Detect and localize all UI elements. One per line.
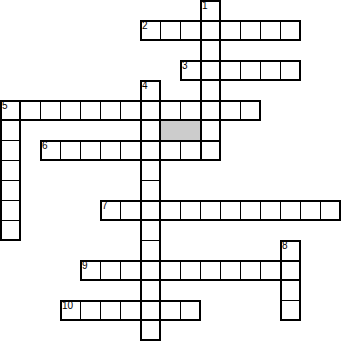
cell-r10c15[interactable] bbox=[300, 200, 321, 221]
cell-r5c7[interactable] bbox=[140, 100, 161, 121]
cell-r13c14[interactable] bbox=[280, 260, 301, 281]
cell-r5c2[interactable] bbox=[40, 100, 61, 121]
cell-r5c11[interactable] bbox=[220, 100, 241, 121]
cell-r15c8[interactable] bbox=[160, 300, 181, 321]
cell-r6c0[interactable] bbox=[0, 120, 21, 141]
cell-r5c10[interactable] bbox=[200, 100, 221, 121]
cell-r5c12[interactable] bbox=[240, 100, 261, 121]
cell-r3c13[interactable] bbox=[260, 60, 281, 81]
cell-r7c5[interactable] bbox=[100, 140, 121, 161]
cell-r11c0[interactable] bbox=[0, 220, 21, 241]
cell-r13c5[interactable] bbox=[100, 260, 121, 281]
cell-r15c4[interactable] bbox=[80, 300, 101, 321]
cell-r1c11[interactable] bbox=[220, 20, 241, 41]
cell-r7c4[interactable] bbox=[80, 140, 101, 161]
cell-r15c5[interactable] bbox=[100, 300, 121, 321]
cell-r7c0[interactable] bbox=[0, 140, 21, 161]
cell-r7c2[interactable] bbox=[40, 140, 61, 161]
cell-r13c6[interactable] bbox=[120, 260, 141, 281]
cell-r4c7[interactable] bbox=[140, 80, 161, 101]
cell-r10c8[interactable] bbox=[160, 200, 181, 221]
cell-r5c4[interactable] bbox=[80, 100, 101, 121]
cell-r8c7[interactable] bbox=[140, 160, 161, 181]
cell-r10c5[interactable] bbox=[100, 200, 121, 221]
cell-r12c14[interactable] bbox=[280, 240, 301, 261]
cell-r1c14[interactable] bbox=[280, 20, 301, 41]
cell-r5c1[interactable] bbox=[20, 100, 41, 121]
cell-r10c14[interactable] bbox=[280, 200, 301, 221]
cell-r10c11[interactable] bbox=[220, 200, 241, 221]
cell-r9c0[interactable] bbox=[0, 180, 21, 201]
cell-r10c7[interactable] bbox=[140, 200, 161, 221]
cell-r6c10[interactable] bbox=[200, 120, 221, 141]
cell-r1c7[interactable] bbox=[140, 20, 161, 41]
cell-r12c7[interactable] bbox=[140, 240, 161, 261]
cell-r1c9[interactable] bbox=[180, 20, 201, 41]
cell-r6c7[interactable] bbox=[140, 120, 161, 141]
cell-r13c11[interactable] bbox=[220, 260, 241, 281]
cell-r7c6[interactable] bbox=[120, 140, 141, 161]
cell-r5c3[interactable] bbox=[60, 100, 81, 121]
cell-r7c8[interactable] bbox=[160, 140, 181, 161]
cell-r10c16[interactable] bbox=[320, 200, 341, 221]
cell-r5c8[interactable] bbox=[160, 100, 181, 121]
cell-r13c9[interactable] bbox=[180, 260, 201, 281]
cell-r3c14[interactable] bbox=[280, 60, 301, 81]
cell-r1c10[interactable] bbox=[200, 20, 221, 41]
cell-r7c7[interactable] bbox=[140, 140, 161, 161]
cell-r13c4[interactable] bbox=[80, 260, 101, 281]
cell-r15c9[interactable] bbox=[180, 300, 201, 321]
cell-r1c12[interactable] bbox=[240, 20, 261, 41]
cell-r10c12[interactable] bbox=[240, 200, 261, 221]
cell-r10c6[interactable] bbox=[120, 200, 141, 221]
cell-r10c10[interactable] bbox=[200, 200, 221, 221]
cell-r7c3[interactable] bbox=[60, 140, 81, 161]
cell-r9c7[interactable] bbox=[140, 180, 161, 201]
cell-r13c13[interactable] bbox=[260, 260, 281, 281]
cell-r8c0[interactable] bbox=[0, 160, 21, 181]
cell-r3c12[interactable] bbox=[240, 60, 261, 81]
cell-r13c10[interactable] bbox=[200, 260, 221, 281]
cell-r10c0[interactable] bbox=[0, 200, 21, 221]
cell-r14c7[interactable] bbox=[140, 280, 161, 301]
cell-r5c0[interactable] bbox=[0, 100, 21, 121]
cell-r16c7[interactable] bbox=[140, 320, 161, 341]
gray-block bbox=[160, 120, 201, 141]
cell-r11c7[interactable] bbox=[140, 220, 161, 241]
cell-r13c12[interactable] bbox=[240, 260, 261, 281]
cell-r10c9[interactable] bbox=[180, 200, 201, 221]
cell-r0c10[interactable] bbox=[200, 0, 221, 21]
cell-r15c14[interactable] bbox=[280, 300, 301, 321]
crossword-board: 12345678910 bbox=[0, 0, 341, 341]
cell-r7c10[interactable] bbox=[200, 140, 221, 161]
cell-r3c9[interactable] bbox=[180, 60, 201, 81]
cell-r1c8[interactable] bbox=[160, 20, 181, 41]
cell-r5c5[interactable] bbox=[100, 100, 121, 121]
cell-r5c6[interactable] bbox=[120, 100, 141, 121]
cell-r2c10[interactable] bbox=[200, 40, 221, 61]
cell-r7c9[interactable] bbox=[180, 140, 201, 161]
cell-r3c11[interactable] bbox=[220, 60, 241, 81]
cell-r1c13[interactable] bbox=[260, 20, 281, 41]
cell-r15c3[interactable] bbox=[60, 300, 81, 321]
cell-r13c8[interactable] bbox=[160, 260, 181, 281]
cell-r4c10[interactable] bbox=[200, 80, 221, 101]
cell-r10c13[interactable] bbox=[260, 200, 281, 221]
cell-r15c7[interactable] bbox=[140, 300, 161, 321]
cell-r15c6[interactable] bbox=[120, 300, 141, 321]
cell-r13c7[interactable] bbox=[140, 260, 161, 281]
cell-r3c10[interactable] bbox=[200, 60, 221, 81]
cell-r5c9[interactable] bbox=[180, 100, 201, 121]
cell-r14c14[interactable] bbox=[280, 280, 301, 301]
